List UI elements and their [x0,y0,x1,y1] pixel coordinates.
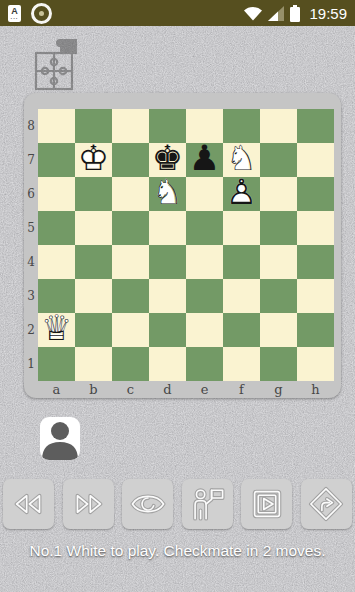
white-queen[interactable]: ♛♕ [38,313,75,347]
square-h8[interactable] [297,109,334,143]
square-e3[interactable] [186,279,223,313]
square-c8[interactable] [112,109,149,143]
board-grid[interactable]: ♚♔♚♟♞♘♞♘♟♙♛♕ [38,109,334,381]
hint-button[interactable] [122,479,173,529]
puzzle-caption: No.1 White to play. Checkmate in 2 moves… [0,542,355,560]
signal-icon [268,6,285,21]
square-d6[interactable]: ♞♘ [149,177,186,211]
square-a3[interactable] [38,279,75,313]
double-right-arrow-icon [66,482,110,526]
status-bar-clock: 19:59 [309,5,347,22]
demo-button[interactable] [241,479,292,529]
square-h5[interactable] [297,211,334,245]
file-label-g: g [260,381,297,398]
square-e6[interactable] [186,177,223,211]
square-c4[interactable] [112,245,149,279]
square-g3[interactable] [260,279,297,313]
square-b1[interactable] [75,347,112,381]
square-b5[interactable] [75,211,112,245]
square-b6[interactable] [75,177,112,211]
battery-icon [290,5,300,22]
play-square-icon [245,482,289,526]
square-d7[interactable]: ♚ [149,143,186,177]
rank-label-3: 3 [24,279,38,313]
square-f1[interactable] [223,347,260,381]
square-a2[interactable]: ♛♕ [38,313,75,347]
square-h1[interactable] [297,347,334,381]
square-f6[interactable]: ♟♙ [223,177,260,211]
status-bar-left: A ... [8,3,52,24]
square-b4[interactable] [75,245,112,279]
chess-board: 87654321 ♚♔♚♟♞♘♞♘♟♙♛♕ abcdefgh [24,93,341,398]
square-g8[interactable] [260,109,297,143]
file-labels: abcdefgh [38,381,334,398]
status-bar-right: 19:59 [243,5,347,22]
square-e1[interactable] [186,347,223,381]
a-app-icon-dots: ... [10,15,18,19]
file-label-h: h [297,381,334,398]
square-c2[interactable] [112,313,149,347]
square-a5[interactable] [38,211,75,245]
file-label-a: a [38,381,75,398]
square-d8[interactable] [149,109,186,143]
square-b2[interactable] [75,313,112,347]
resign-button[interactable] [182,479,233,529]
square-h4[interactable] [297,245,334,279]
person-flag-icon [185,482,229,526]
file-label-c: c [112,381,149,398]
square-a6[interactable] [38,177,75,211]
square-e5[interactable] [186,211,223,245]
square-f8[interactable] [223,109,260,143]
square-g4[interactable] [260,245,297,279]
square-c5[interactable] [112,211,149,245]
square-a4[interactable] [38,245,75,279]
square-g7[interactable] [260,143,297,177]
square-c6[interactable] [112,177,149,211]
square-c1[interactable] [112,347,149,381]
rewind-button[interactable] [3,479,54,529]
player-avatar [40,417,80,460]
square-d1[interactable] [149,347,186,381]
square-d2[interactable] [149,313,186,347]
app-screen: A ... 19:59 [0,0,355,592]
square-e2[interactable] [186,313,223,347]
square-g6[interactable] [260,177,297,211]
square-d3[interactable] [149,279,186,313]
rank-label-7: 7 [24,143,38,177]
square-a7[interactable] [38,143,75,177]
square-b8[interactable] [75,109,112,143]
double-left-arrow-icon [7,482,51,526]
person-silhouette-icon [40,417,80,460]
eye-icon [126,482,170,526]
square-g5[interactable] [260,211,297,245]
status-bar: A ... 19:59 [0,0,355,26]
square-h7[interactable] [297,143,334,177]
rank-label-4: 4 [24,245,38,279]
a-app-icon: A ... [8,5,21,22]
square-g2[interactable] [260,313,297,347]
square-d5[interactable] [149,211,186,245]
black-pawn[interactable]: ♟ [186,143,223,177]
file-label-d: d [149,381,186,398]
white-pawn[interactable]: ♟♙ [223,177,260,211]
square-f5[interactable] [223,211,260,245]
square-f3[interactable] [223,279,260,313]
rank-labels: 87654321 [24,109,38,381]
square-b3[interactable] [75,279,112,313]
square-e8[interactable] [186,109,223,143]
file-label-e: e [186,381,223,398]
route-diamond-icon [304,482,348,526]
square-e4[interactable] [186,245,223,279]
square-h2[interactable] [297,313,334,347]
square-f4[interactable] [223,245,260,279]
toolbar [0,479,355,529]
square-f7[interactable]: ♞♘ [223,143,260,177]
square-a1[interactable] [38,347,75,381]
square-e7[interactable]: ♟ [186,143,223,177]
square-h6[interactable] [297,177,334,211]
rank-label-5: 5 [24,211,38,245]
record-circle-icon [31,3,52,24]
rank-label-8: 8 [24,109,38,143]
wifi-icon [243,6,263,21]
rank-label-6: 6 [24,177,38,211]
rank-label-1: 1 [24,347,38,381]
puzzle-pieces-logo-icon [33,38,83,92]
white-king[interactable]: ♚♔ [75,143,112,177]
square-h3[interactable] [297,279,334,313]
forward-button[interactable] [63,479,114,529]
square-a8[interactable] [38,109,75,143]
square-c3[interactable] [112,279,149,313]
variation-button[interactable] [301,479,352,529]
square-g1[interactable] [260,347,297,381]
white-knight[interactable]: ♞♘ [149,177,186,211]
rank-label-2: 2 [24,313,38,347]
square-d4[interactable] [149,245,186,279]
file-label-f: f [223,381,260,398]
black-king[interactable]: ♚ [149,143,186,177]
square-b7[interactable]: ♚♔ [75,143,112,177]
square-f2[interactable] [223,313,260,347]
square-c7[interactable] [112,143,149,177]
white-knight[interactable]: ♞♘ [223,143,260,177]
file-label-b: b [75,381,112,398]
